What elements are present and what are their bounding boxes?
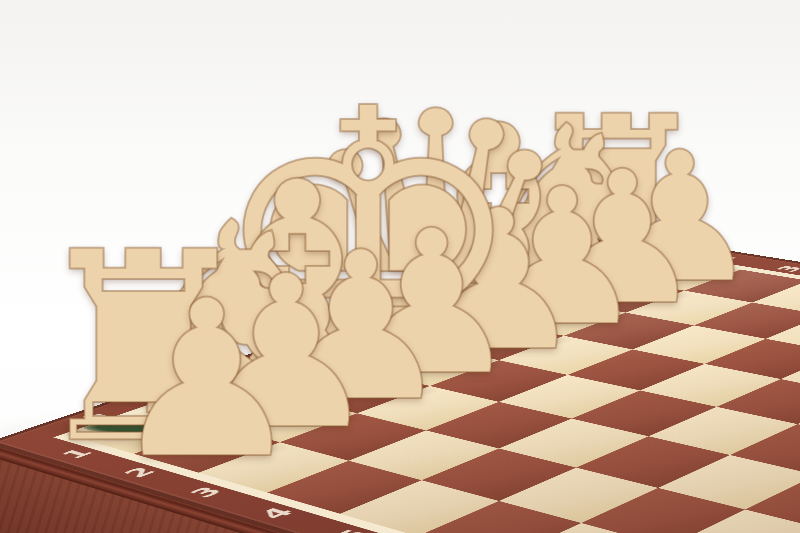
chess-set-photo: 1122334455667788aabbccddeeffgghh ♟♟♟♟♟♟♟…: [0, 0, 800, 533]
board-perspective-wrap: 1122334455667788aabbccddeeffgghh: [0, 0, 800, 533]
chess-board: 1122334455667788aabbccddeeffgghh: [0, 232, 800, 533]
